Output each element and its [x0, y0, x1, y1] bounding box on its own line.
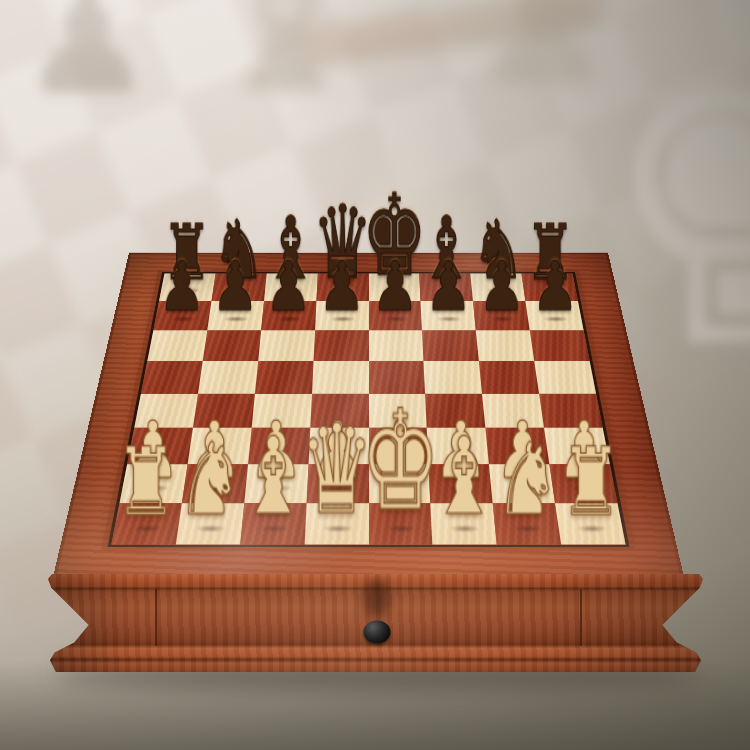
- drawer-knob-shadow: [364, 578, 390, 618]
- piece-black-pawn: ♟: [159, 254, 206, 319]
- piece-black-pawn: ♟: [531, 254, 578, 319]
- chess-board-frame: ♜♞♝♛♚♝♞♜♟♟♟♟♟♟♟♟♟♟♟♟♟♟♟♟♜♞♝♛♚♝♞♜: [52, 253, 684, 580]
- piece-white-knight: ♞: [494, 433, 560, 527]
- drawer-knob: [363, 620, 390, 643]
- piece-white-rook: ♜: [560, 439, 622, 528]
- piece-white-bishop: ♝: [430, 427, 498, 528]
- piece-black-pawn: ♟: [372, 254, 419, 319]
- drawer-seam-left: [155, 589, 157, 646]
- product-photo: ♟♝♟♚♞♟ ♜♞♝♛♚♝♞♜♟♟♟♟♟♟♟♟♟♟♟♟♟♟♟♟♜♞♝♛♚♝♞♜: [0, 0, 750, 750]
- piece-white-knight: ♞: [177, 433, 243, 527]
- piece-white-queen: ♛: [300, 410, 374, 528]
- piece-black-pawn: ♟: [212, 254, 259, 319]
- piece-black-pawn: ♟: [318, 254, 365, 319]
- piece-white-bishop: ♝: [239, 427, 307, 528]
- piece-black-pawn: ♟: [478, 254, 525, 319]
- piece-black-pawn: ♟: [425, 254, 472, 319]
- drawer-seam-right: [580, 589, 582, 646]
- piece-white-rook: ♜: [115, 439, 177, 528]
- piece-black-pawn: ♟: [265, 254, 312, 319]
- storage-drawer-front: [48, 574, 703, 672]
